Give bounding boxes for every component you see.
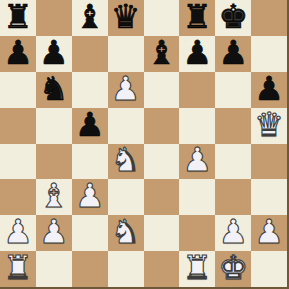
square-h7[interactable]	[251, 36, 287, 72]
square-f6[interactable]	[179, 72, 215, 108]
square-c7[interactable]	[72, 36, 108, 72]
white-rook[interactable]: ♜	[183, 251, 213, 286]
black-pawn[interactable]: ♟	[183, 36, 213, 71]
square-d3[interactable]	[108, 179, 144, 215]
square-c2[interactable]	[72, 215, 108, 251]
square-c6[interactable]	[72, 72, 108, 108]
white-rook[interactable]: ♜	[3, 251, 33, 286]
white-pawn[interactable]: ♟	[218, 215, 248, 250]
square-f7[interactable]: ♟	[179, 36, 215, 72]
square-g3[interactable]	[215, 179, 251, 215]
square-a3[interactable]	[0, 179, 36, 215]
square-a6[interactable]	[0, 72, 36, 108]
square-f5[interactable]	[179, 108, 215, 144]
square-d8[interactable]: ♛	[108, 0, 144, 36]
square-g2[interactable]: ♟	[215, 215, 251, 251]
square-b2[interactable]: ♟	[36, 215, 72, 251]
square-e1[interactable]	[144, 251, 180, 287]
square-h4[interactable]	[251, 144, 287, 180]
square-b3[interactable]: ♝	[36, 179, 72, 215]
square-f3[interactable]	[179, 179, 215, 215]
square-g8[interactable]: ♚	[215, 0, 251, 36]
square-c1[interactable]	[72, 251, 108, 287]
black-pawn[interactable]: ♟	[254, 72, 284, 107]
black-knight[interactable]: ♞	[39, 72, 69, 107]
white-pawn[interactable]: ♟	[3, 215, 33, 250]
white-knight[interactable]: ♞	[111, 215, 141, 250]
black-queen[interactable]: ♛	[111, 0, 141, 35]
square-e2[interactable]	[144, 215, 180, 251]
white-knight[interactable]: ♞	[111, 144, 141, 179]
square-g4[interactable]	[215, 144, 251, 180]
square-a1[interactable]: ♜	[0, 251, 36, 287]
square-e3[interactable]	[144, 179, 180, 215]
white-pawn[interactable]: ♟	[254, 215, 284, 250]
square-d1[interactable]	[108, 251, 144, 287]
square-c5[interactable]: ♟	[72, 108, 108, 144]
square-d6[interactable]: ♟	[108, 72, 144, 108]
black-rook[interactable]: ♜	[183, 0, 213, 35]
square-b7[interactable]: ♟	[36, 36, 72, 72]
square-e8[interactable]	[144, 0, 180, 36]
square-c3[interactable]: ♟	[72, 179, 108, 215]
black-bishop[interactable]: ♝	[147, 36, 177, 71]
square-h8[interactable]	[251, 0, 287, 36]
square-d2[interactable]: ♞	[108, 215, 144, 251]
square-g1[interactable]: ♚	[215, 251, 251, 287]
white-pawn[interactable]: ♟	[183, 144, 213, 179]
white-king[interactable]: ♚	[218, 251, 248, 286]
black-pawn[interactable]: ♟	[75, 108, 105, 143]
black-pawn[interactable]: ♟	[218, 36, 248, 71]
square-d4[interactable]: ♞	[108, 144, 144, 180]
square-e6[interactable]	[144, 72, 180, 108]
square-h1[interactable]	[251, 251, 287, 287]
white-pawn[interactable]: ♟	[111, 72, 141, 107]
black-king[interactable]: ♚	[218, 0, 248, 35]
square-c8[interactable]: ♝	[72, 0, 108, 36]
black-bishop[interactable]: ♝	[75, 0, 105, 35]
square-h5[interactable]: ♛	[251, 108, 287, 144]
square-g7[interactable]: ♟	[215, 36, 251, 72]
square-h6[interactable]: ♟	[251, 72, 287, 108]
black-pawn[interactable]: ♟	[39, 36, 69, 71]
square-f2[interactable]	[179, 215, 215, 251]
square-a7[interactable]: ♟	[0, 36, 36, 72]
square-b4[interactable]	[36, 144, 72, 180]
square-e4[interactable]	[144, 144, 180, 180]
square-a5[interactable]	[0, 108, 36, 144]
square-g5[interactable]	[215, 108, 251, 144]
square-e7[interactable]: ♝	[144, 36, 180, 72]
black-pawn[interactable]: ♟	[3, 36, 33, 71]
white-queen[interactable]: ♛	[254, 108, 284, 143]
square-h2[interactable]: ♟	[251, 215, 287, 251]
square-a2[interactable]: ♟	[0, 215, 36, 251]
square-a4[interactable]	[0, 144, 36, 180]
square-d7[interactable]	[108, 36, 144, 72]
black-rook[interactable]: ♜	[3, 0, 33, 35]
white-pawn[interactable]: ♟	[75, 179, 105, 214]
chess-board: ♜♝♛♜♚♟♟♝♟♟♞♟♟♟♛♞♟♝♟♟♟♞♟♟♜♜♚	[0, 0, 289, 289]
square-f8[interactable]: ♜	[179, 0, 215, 36]
square-h3[interactable]	[251, 179, 287, 215]
square-f1[interactable]: ♜	[179, 251, 215, 287]
square-b5[interactable]	[36, 108, 72, 144]
white-pawn[interactable]: ♟	[39, 215, 69, 250]
square-b1[interactable]	[36, 251, 72, 287]
square-b6[interactable]: ♞	[36, 72, 72, 108]
white-bishop[interactable]: ♝	[39, 179, 69, 214]
square-d5[interactable]	[108, 108, 144, 144]
square-f4[interactable]: ♟	[179, 144, 215, 180]
square-c4[interactable]	[72, 144, 108, 180]
square-a8[interactable]: ♜	[0, 0, 36, 36]
square-b8[interactable]	[36, 0, 72, 36]
square-g6[interactable]	[215, 72, 251, 108]
square-e5[interactable]	[144, 108, 180, 144]
